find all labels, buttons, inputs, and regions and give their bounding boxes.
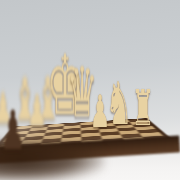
- chess-photo-scene: ♟♝♟♝♚♛♟♞♜♟: [0, 0, 180, 180]
- white-pawn-front-center-piece[interactable]: ♟: [90, 89, 110, 134]
- white-rook-piece[interactable]: ♜: [132, 83, 155, 133]
- white-pawn-front-left-piece[interactable]: ♟: [27, 89, 47, 133]
- pieces-layer: ♟♝♟♝♚♛♟♞♜♟: [0, 0, 180, 180]
- black-pawn-foreground-piece[interactable]: ♟: [1, 103, 26, 157]
